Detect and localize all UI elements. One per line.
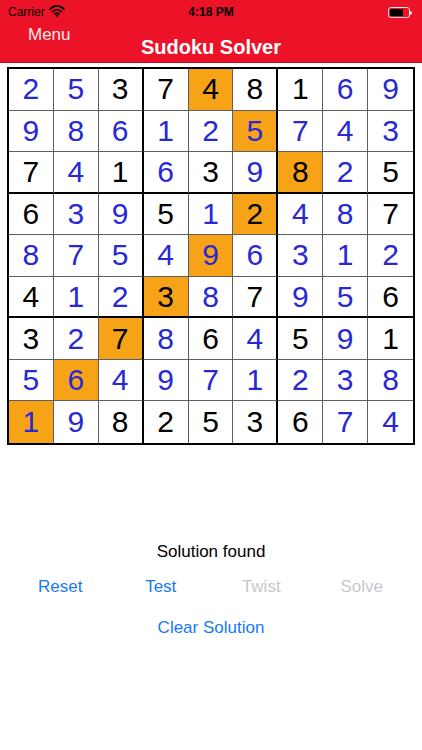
cell-r4c4[interactable]: 5 (144, 194, 189, 236)
cell-r2c6[interactable]: 5 (233, 111, 278, 153)
app-header: Carrier 4:18 PM Menu Sudoku Solver (0, 0, 422, 63)
cell-r5c2[interactable]: 7 (54, 235, 99, 277)
cell-r1c3[interactable]: 3 (99, 69, 144, 111)
cell-r5c3[interactable]: 5 (99, 235, 144, 277)
cell-r3c9[interactable]: 5 (368, 152, 413, 194)
cell-r8c6[interactable]: 1 (233, 360, 278, 402)
cell-r3c6[interactable]: 9 (233, 152, 278, 194)
nav-bar: Menu Sudoku Solver (0, 20, 422, 63)
cell-r7c2[interactable]: 2 (54, 318, 99, 360)
status-time: 4:18 PM (0, 1, 422, 19)
cell-r3c4[interactable]: 6 (144, 152, 189, 194)
cell-r2c2[interactable]: 8 (54, 111, 99, 153)
cell-r1c2[interactable]: 5 (54, 69, 99, 111)
cell-r7c9[interactable]: 1 (368, 318, 413, 360)
cell-r6c8[interactable]: 5 (323, 277, 368, 319)
cell-r3c2[interactable]: 4 (54, 152, 99, 194)
cell-r5c7[interactable]: 3 (278, 235, 323, 277)
cell-r4c9[interactable]: 7 (368, 194, 413, 236)
cell-r8c3[interactable]: 4 (99, 360, 144, 402)
cell-r8c1[interactable]: 5 (9, 360, 54, 402)
cell-r1c7[interactable]: 1 (278, 69, 323, 111)
cell-r9c3[interactable]: 8 (99, 401, 144, 443)
test-button[interactable]: Test (111, 577, 212, 597)
cell-r4c8[interactable]: 8 (323, 194, 368, 236)
cell-r4c5[interactable]: 1 (189, 194, 234, 236)
cell-r5c8[interactable]: 1 (323, 235, 368, 277)
cell-r6c3[interactable]: 2 (99, 277, 144, 319)
status-text: Solution found (0, 542, 422, 562)
cell-r7c6[interactable]: 4 (233, 318, 278, 360)
cell-r8c7[interactable]: 2 (278, 360, 323, 402)
twist-button[interactable]: Twist (211, 577, 312, 597)
page-title: Sudoku Solver (0, 36, 422, 59)
cell-r9c4[interactable]: 2 (144, 401, 189, 443)
cell-r4c7[interactable]: 4 (278, 194, 323, 236)
cell-r8c2[interactable]: 6 (54, 360, 99, 402)
cell-r4c3[interactable]: 9 (99, 194, 144, 236)
cell-r7c1[interactable]: 3 (9, 318, 54, 360)
cell-r2c5[interactable]: 2 (189, 111, 234, 153)
cell-r1c8[interactable]: 6 (323, 69, 368, 111)
cell-r5c1[interactable]: 8 (9, 235, 54, 277)
cell-r9c5[interactable]: 5 (189, 401, 234, 443)
cell-r2c1[interactable]: 9 (9, 111, 54, 153)
cell-r4c1[interactable]: 6 (9, 194, 54, 236)
cell-r6c7[interactable]: 9 (278, 277, 323, 319)
cell-r6c4[interactable]: 3 (144, 277, 189, 319)
cell-r9c9[interactable]: 4 (368, 401, 413, 443)
reset-button[interactable]: Reset (10, 577, 111, 597)
cell-r2c9[interactable]: 3 (368, 111, 413, 153)
cell-r3c5[interactable]: 3 (189, 152, 234, 194)
status-bar: Carrier 4:18 PM (0, 0, 422, 20)
clear-solution-button[interactable]: Clear Solution (158, 618, 265, 638)
cell-r5c4[interactable]: 4 (144, 235, 189, 277)
battery-icon (388, 7, 410, 18)
cell-r5c6[interactable]: 6 (233, 235, 278, 277)
action-button-row: Reset Test Twist Solve (0, 577, 422, 597)
cell-r7c4[interactable]: 8 (144, 318, 189, 360)
cell-r8c8[interactable]: 3 (323, 360, 368, 402)
cell-r1c4[interactable]: 7 (144, 69, 189, 111)
cell-r6c6[interactable]: 7 (233, 277, 278, 319)
cell-r8c5[interactable]: 7 (189, 360, 234, 402)
cell-r4c6[interactable]: 2 (233, 194, 278, 236)
cell-r6c9[interactable]: 6 (368, 277, 413, 319)
cell-r9c2[interactable]: 9 (54, 401, 99, 443)
cell-r1c9[interactable]: 9 (368, 69, 413, 111)
cell-r2c4[interactable]: 1 (144, 111, 189, 153)
cell-r1c1[interactable]: 2 (9, 69, 54, 111)
cell-r2c7[interactable]: 7 (278, 111, 323, 153)
cell-r7c7[interactable]: 5 (278, 318, 323, 360)
cell-r7c3[interactable]: 7 (99, 318, 144, 360)
sudoku-grid: 2537481699861257437416398256395124878754… (7, 67, 415, 445)
cell-r6c2[interactable]: 1 (54, 277, 99, 319)
cell-r6c5[interactable]: 8 (189, 277, 234, 319)
cell-r9c6[interactable]: 3 (233, 401, 278, 443)
cell-r3c1[interactable]: 7 (9, 152, 54, 194)
cell-r8c9[interactable]: 8 (368, 360, 413, 402)
cell-r2c3[interactable]: 6 (99, 111, 144, 153)
cell-r1c6[interactable]: 8 (233, 69, 278, 111)
solve-button[interactable]: Solve (312, 577, 413, 597)
cell-r3c7[interactable]: 8 (278, 152, 323, 194)
cell-r9c8[interactable]: 7 (323, 401, 368, 443)
cell-r8c4[interactable]: 9 (144, 360, 189, 402)
cell-r9c7[interactable]: 6 (278, 401, 323, 443)
cell-r3c3[interactable]: 1 (99, 152, 144, 194)
cell-r9c1[interactable]: 1 (9, 401, 54, 443)
cell-r1c5[interactable]: 4 (189, 69, 234, 111)
cell-r4c2[interactable]: 3 (54, 194, 99, 236)
cell-r3c8[interactable]: 2 (323, 152, 368, 194)
cell-r5c5[interactable]: 9 (189, 235, 234, 277)
cell-r7c5[interactable]: 6 (189, 318, 234, 360)
cell-r7c8[interactable]: 9 (323, 318, 368, 360)
cell-r2c8[interactable]: 4 (323, 111, 368, 153)
cell-r5c9[interactable]: 2 (368, 235, 413, 277)
cell-r6c1[interactable]: 4 (9, 277, 54, 319)
